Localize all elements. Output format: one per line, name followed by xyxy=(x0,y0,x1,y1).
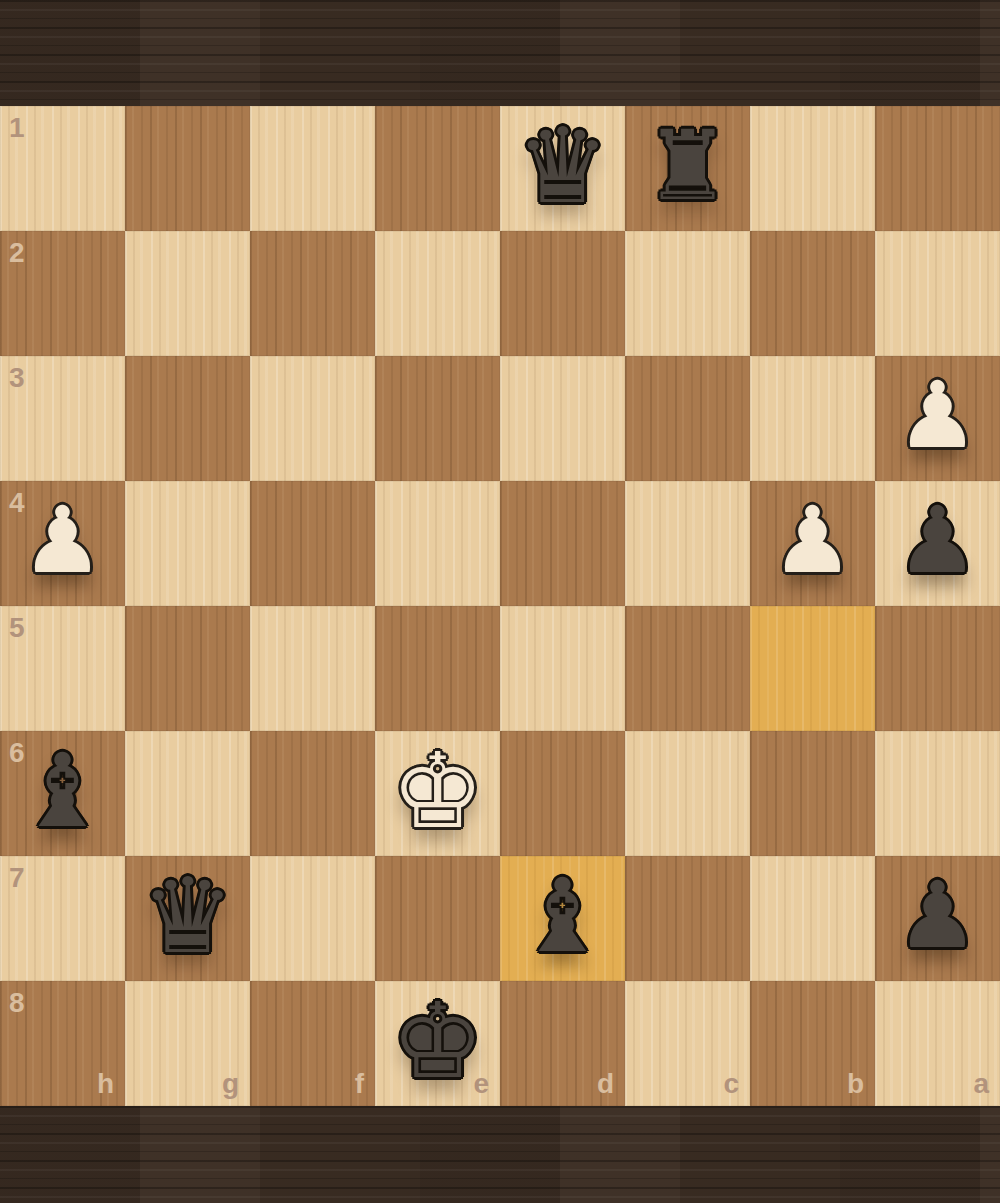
file-label-a: a xyxy=(973,1070,989,1098)
square-c4[interactable] xyxy=(625,481,750,606)
square-d1[interactable]: ♛ xyxy=(500,106,625,231)
square-b8[interactable]: b xyxy=(750,981,875,1106)
square-g7[interactable]: ♛ xyxy=(125,856,250,981)
square-d6[interactable] xyxy=(500,731,625,856)
white-pawn-h4[interactable]: ♟ xyxy=(0,478,125,603)
square-d7[interactable]: ♝ xyxy=(500,856,625,981)
rank-label-3: 3 xyxy=(9,364,25,392)
square-d8[interactable]: d xyxy=(500,981,625,1106)
square-e7[interactable] xyxy=(375,856,500,981)
file-label-f: f xyxy=(355,1070,364,1098)
square-f2[interactable] xyxy=(250,231,375,356)
chess-board: 1♛♜23♟4♟♟♟56♝♚7♛♝♟8hgfe♚dcba xyxy=(0,106,1000,1106)
file-label-b: b xyxy=(847,1070,864,1098)
square-a1[interactable] xyxy=(875,106,1000,231)
black-bishop-h6[interactable]: ♝ xyxy=(0,728,125,853)
square-b1[interactable] xyxy=(750,106,875,231)
square-e5[interactable] xyxy=(375,606,500,731)
square-c8[interactable]: c xyxy=(625,981,750,1106)
black-queen-g7[interactable]: ♛ xyxy=(125,853,250,978)
square-h7[interactable]: 7 xyxy=(0,856,125,981)
square-b2[interactable] xyxy=(750,231,875,356)
file-label-d: d xyxy=(597,1070,614,1098)
square-a6[interactable] xyxy=(875,731,1000,856)
file-label-c: c xyxy=(723,1070,739,1098)
file-label-h: h xyxy=(97,1070,114,1098)
square-e2[interactable] xyxy=(375,231,500,356)
rank-label-8: 8 xyxy=(9,989,25,1017)
square-g4[interactable] xyxy=(125,481,250,606)
file-label-g: g xyxy=(222,1070,239,1098)
square-g3[interactable] xyxy=(125,356,250,481)
black-king-e8[interactable]: ♚ xyxy=(375,978,500,1103)
square-f5[interactable] xyxy=(250,606,375,731)
square-f3[interactable] xyxy=(250,356,375,481)
square-e8[interactable]: e♚ xyxy=(375,981,500,1106)
square-h3[interactable]: 3 xyxy=(0,356,125,481)
square-d5[interactable] xyxy=(500,606,625,731)
square-b3[interactable] xyxy=(750,356,875,481)
white-pawn-a3[interactable]: ♟ xyxy=(875,353,1000,478)
square-e6[interactable]: ♚ xyxy=(375,731,500,856)
square-c2[interactable] xyxy=(625,231,750,356)
square-d4[interactable] xyxy=(500,481,625,606)
black-rook-c1[interactable]: ♜ xyxy=(625,103,750,228)
rank-label-1: 1 xyxy=(9,114,25,142)
black-pawn-a4[interactable]: ♟ xyxy=(875,478,1000,603)
black-queen-d1[interactable]: ♛ xyxy=(500,103,625,228)
square-g1[interactable] xyxy=(125,106,250,231)
square-a3[interactable]: ♟ xyxy=(875,356,1000,481)
square-d2[interactable] xyxy=(500,231,625,356)
square-c7[interactable] xyxy=(625,856,750,981)
square-g8[interactable]: g xyxy=(125,981,250,1106)
square-e4[interactable] xyxy=(375,481,500,606)
square-g5[interactable] xyxy=(125,606,250,731)
square-a5[interactable] xyxy=(875,606,1000,731)
rank-label-5: 5 xyxy=(9,614,25,642)
square-f7[interactable] xyxy=(250,856,375,981)
square-c6[interactable] xyxy=(625,731,750,856)
rank-label-2: 2 xyxy=(9,239,25,267)
black-pawn-a7[interactable]: ♟ xyxy=(875,853,1000,978)
square-c3[interactable] xyxy=(625,356,750,481)
square-h8[interactable]: 8h xyxy=(0,981,125,1106)
square-e1[interactable] xyxy=(375,106,500,231)
square-b5[interactable] xyxy=(750,606,875,731)
square-h6[interactable]: 6♝ xyxy=(0,731,125,856)
square-b6[interactable] xyxy=(750,731,875,856)
square-h4[interactable]: 4♟ xyxy=(0,481,125,606)
board-frame-top xyxy=(0,0,1000,106)
square-e3[interactable] xyxy=(375,356,500,481)
square-g2[interactable] xyxy=(125,231,250,356)
white-king-e6[interactable]: ♚ xyxy=(375,728,500,853)
square-h1[interactable]: 1 xyxy=(0,106,125,231)
square-f8[interactable]: f xyxy=(250,981,375,1106)
square-g6[interactable] xyxy=(125,731,250,856)
square-f1[interactable] xyxy=(250,106,375,231)
rank-label-7: 7 xyxy=(9,864,25,892)
square-h5[interactable]: 5 xyxy=(0,606,125,731)
square-f4[interactable] xyxy=(250,481,375,606)
square-b7[interactable] xyxy=(750,856,875,981)
square-a7[interactable]: ♟ xyxy=(875,856,1000,981)
black-bishop-d7[interactable]: ♝ xyxy=(500,853,625,978)
square-c5[interactable] xyxy=(625,606,750,731)
square-b4[interactable]: ♟ xyxy=(750,481,875,606)
square-d3[interactable] xyxy=(500,356,625,481)
square-h2[interactable]: 2 xyxy=(0,231,125,356)
square-a4[interactable]: ♟ xyxy=(875,481,1000,606)
board-frame-bottom xyxy=(0,1106,1000,1203)
square-f6[interactable] xyxy=(250,731,375,856)
square-c1[interactable]: ♜ xyxy=(625,106,750,231)
white-pawn-b4[interactable]: ♟ xyxy=(750,478,875,603)
square-a8[interactable]: a xyxy=(875,981,1000,1106)
square-a2[interactable] xyxy=(875,231,1000,356)
